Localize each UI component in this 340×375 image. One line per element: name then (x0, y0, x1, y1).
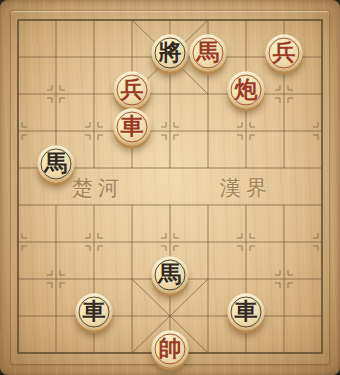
piece-red-horse[interactable]: 馬 (190, 35, 227, 72)
xiangqi-board: 楚河 漢界 將馬兵兵炮車馬馬車車帥 (0, 0, 340, 375)
piece-character: 馬 (190, 34, 227, 71)
piece-red-soldier[interactable]: 兵 (114, 72, 151, 109)
piece-character: 帥 (152, 330, 189, 367)
piece-character: 馬 (152, 256, 189, 293)
piece-character: 車 (228, 293, 265, 330)
piece-red-cannon[interactable]: 炮 (228, 72, 265, 109)
piece-character: 炮 (228, 71, 265, 108)
piece-black-chariot[interactable]: 車 (76, 294, 113, 331)
piece-character: 車 (76, 293, 113, 330)
piece-red-chariot[interactable]: 車 (114, 109, 151, 146)
piece-red-general[interactable]: 帥 (152, 331, 189, 368)
piece-black-chariot[interactable]: 車 (228, 294, 265, 331)
river-label-han-jie: 漢界 (220, 174, 272, 202)
piece-character: 馬 (38, 145, 75, 182)
piece-black-horse[interactable]: 馬 (38, 146, 75, 183)
piece-red-soldier[interactable]: 兵 (266, 35, 303, 72)
river-label-chu-he: 楚河 (72, 174, 124, 202)
piece-character: 將 (152, 34, 189, 71)
piece-character: 兵 (114, 71, 151, 108)
piece-black-horse[interactable]: 馬 (152, 257, 189, 294)
piece-black-general[interactable]: 將 (152, 35, 189, 72)
piece-character: 車 (114, 108, 151, 145)
piece-character: 兵 (266, 34, 303, 71)
